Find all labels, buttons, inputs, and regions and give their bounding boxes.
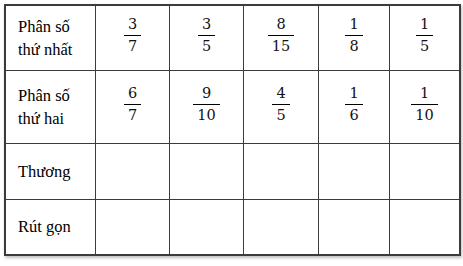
fraction-numerator: 1 [416, 16, 433, 35]
fraction-worksheet-table: Phân số thứ nhất 3 7 3 5 8 15 1 8 1 5 Ph… [4, 4, 461, 256]
row-label-simplified: Rút gọn [6, 200, 95, 254]
fraction-numerator: 6 [124, 85, 141, 104]
fraction-cell: 3 5 [170, 6, 243, 70]
answer-cell-empty [170, 144, 243, 199]
fraction-denominator: 10 [193, 105, 219, 123]
fraction-numerator: 1 [345, 16, 362, 35]
fraction-numerator: 4 [272, 85, 289, 104]
fraction-numerator: 3 [124, 16, 141, 35]
fraction-denominator: 5 [416, 36, 433, 54]
row-label-second-fraction: Phân số thứ hai [6, 71, 95, 143]
fraction-cell: 9 10 [170, 71, 243, 143]
fraction-numerator: 1 [411, 85, 437, 104]
fraction-denominator: 7 [124, 36, 141, 54]
fraction-denominator: 6 [345, 105, 362, 123]
fraction-numerator: 8 [268, 16, 294, 35]
fraction-denominator: 8 [345, 36, 362, 54]
fraction-cell: 4 5 [244, 71, 318, 143]
fraction-cell: 1 6 [319, 71, 389, 143]
answer-cell-empty [244, 144, 318, 199]
fraction-denominator: 10 [411, 105, 437, 123]
fraction-denominator: 5 [272, 105, 289, 123]
fraction-cell: 6 7 [96, 71, 169, 143]
fraction-cell: 1 5 [390, 6, 459, 70]
answer-cell-empty [390, 200, 459, 254]
fraction: 1 10 [411, 85, 437, 122]
fraction-denominator: 7 [124, 105, 141, 123]
fraction-cell: 8 15 [244, 6, 318, 70]
fraction: 3 7 [124, 16, 141, 53]
fraction-numerator: 1 [345, 85, 362, 104]
fraction: 1 6 [345, 85, 362, 122]
fraction-numerator: 9 [193, 85, 219, 104]
answer-cell-empty [96, 144, 169, 199]
fraction-cell: 3 7 [96, 6, 169, 70]
answer-cell-empty [390, 144, 459, 199]
answer-cell-empty [319, 144, 389, 199]
fraction: 8 15 [268, 16, 294, 53]
answer-cell-empty [319, 200, 389, 254]
fraction-denominator: 15 [268, 36, 294, 54]
row-label-quotient: Thương [6, 144, 95, 199]
fraction: 6 7 [124, 85, 141, 122]
answer-cell-empty [170, 200, 243, 254]
fraction: 1 5 [416, 16, 433, 53]
fraction-numerator: 3 [198, 16, 215, 35]
answer-cell-empty [244, 200, 318, 254]
fraction: 1 8 [345, 16, 362, 53]
fraction: 9 10 [193, 85, 219, 122]
fraction-cell: 1 10 [390, 71, 459, 143]
row-label-first-fraction: Phân số thứ nhất [6, 6, 95, 70]
fraction: 4 5 [272, 85, 289, 122]
fraction: 3 5 [198, 16, 215, 53]
fraction-cell: 1 8 [319, 6, 389, 70]
fraction-denominator: 5 [198, 36, 215, 54]
answer-cell-empty [96, 200, 169, 254]
